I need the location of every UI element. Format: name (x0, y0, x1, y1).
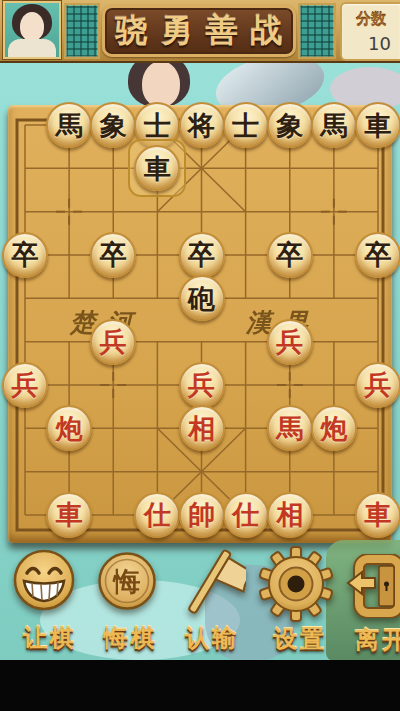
lattice-panel-left (64, 3, 100, 59)
leave-label: 离开 (352, 624, 400, 656)
piece-black-advisor[interactable]: 士 (223, 102, 269, 148)
piece-black-cannon[interactable]: 砲 (179, 275, 225, 321)
piece-red-soldier[interactable]: 兵 (355, 362, 400, 408)
piece-black-soldier[interactable]: 卒 (179, 232, 225, 278)
piece-black-elephant[interactable]: 象 (267, 102, 313, 148)
pink-ribbon (330, 67, 400, 107)
xiangqi-app-screen: 骁勇善战 分数 10 楚河 漢界 馬象士将士象馬車車卒卒卒卒卒砲兵兵兵兵兵炮相馬… (0, 0, 400, 711)
score-panel: 分数 10 (340, 2, 400, 61)
piece-black-horse[interactable]: 馬 (46, 102, 92, 148)
piece-black-elephant[interactable]: 象 (90, 102, 136, 148)
xiangqi-board[interactable]: 楚河 漢界 馬象士将士象馬車車卒卒卒卒卒砲兵兵兵兵兵炮相馬炮車仕帥仕相車 (8, 105, 392, 543)
score-value: 10 (342, 33, 400, 54)
background-artwork-top (0, 63, 400, 107)
piece-red-horse[interactable]: 馬 (267, 405, 313, 451)
title-banner: 骁勇善战 (102, 5, 296, 57)
give-piece-label: 让棋 (14, 622, 86, 654)
piece-red-chariot[interactable]: 車 (355, 492, 400, 538)
piece-red-soldier[interactable]: 兵 (179, 362, 225, 408)
piece-black-soldier[interactable]: 卒 (355, 232, 400, 278)
board-grid (8, 105, 392, 543)
android-nav-bar (0, 660, 400, 711)
piece-black-chariot[interactable]: 車 (355, 102, 400, 148)
settings-button[interactable]: 设置 (258, 546, 336, 650)
resign-label: 认输 (176, 622, 248, 654)
avatar-dress (8, 39, 56, 59)
lattice-panel-right (298, 3, 336, 59)
door-exit-icon (346, 554, 400, 618)
piece-red-chariot[interactable]: 車 (46, 492, 92, 538)
undo-move-button[interactable]: 悔 悔棋 (95, 548, 167, 650)
piece-red-cannon[interactable]: 炮 (311, 405, 357, 451)
silver-ornament (210, 63, 329, 107)
undo-move-label: 悔棋 (95, 622, 167, 654)
give-piece-button[interactable]: 让棋 (12, 548, 88, 650)
settings-label: 设置 (264, 623, 336, 655)
flag-icon (174, 545, 246, 621)
piece-black-soldier[interactable]: 卒 (2, 232, 48, 278)
gear-icon (258, 546, 334, 622)
smiley-icon (12, 548, 76, 612)
top-bar: 骁勇善战 分数 10 (0, 0, 400, 63)
piece-black-soldier[interactable]: 卒 (267, 232, 313, 278)
piece-black-general[interactable]: 将 (179, 102, 225, 148)
avatar-face (20, 12, 44, 41)
piece-red-general[interactable]: 帥 (179, 492, 225, 538)
piece-red-soldier[interactable]: 兵 (267, 319, 313, 365)
resign-button[interactable]: 认输 (174, 545, 250, 650)
score-label: 分数 (342, 10, 400, 29)
svg-text:悔: 悔 (112, 566, 141, 597)
piece-black-soldier[interactable]: 卒 (90, 232, 136, 278)
player-avatar[interactable] (3, 1, 61, 59)
piece-red-soldier[interactable]: 兵 (90, 319, 136, 365)
character-face (142, 63, 180, 107)
piece-red-elephant[interactable]: 相 (267, 492, 313, 538)
piece-black-horse[interactable]: 馬 (311, 102, 357, 148)
undo-coin-icon: 悔 (97, 551, 157, 611)
piece-red-elephant[interactable]: 相 (179, 405, 225, 451)
page-title: 骁勇善战 (116, 9, 296, 53)
piece-red-soldier[interactable]: 兵 (2, 362, 48, 408)
leave-button[interactable]: 离开 (346, 554, 400, 650)
piece-red-advisor[interactable]: 仕 (223, 492, 269, 538)
